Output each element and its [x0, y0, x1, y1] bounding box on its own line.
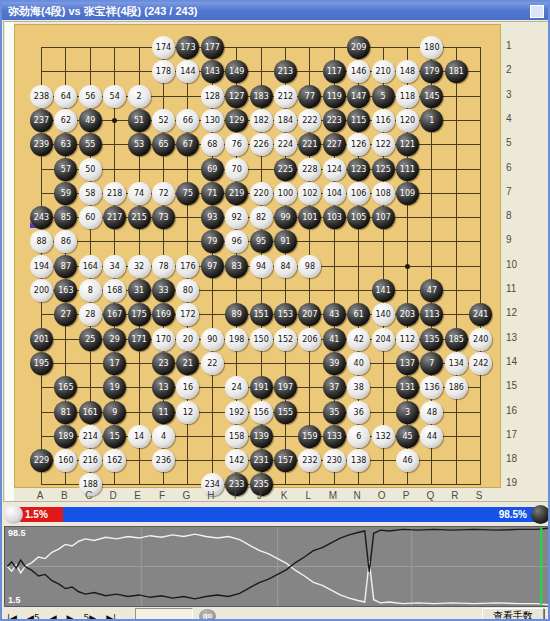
- white-stone-L7: 102: [298, 182, 321, 205]
- nav-buttons: |◀◀5◀▶5▶▶|: [2, 607, 121, 621]
- black-stone-D14: 17: [103, 352, 126, 375]
- black-stone-D8: 217: [103, 206, 126, 229]
- white-win-segment: 1.5%: [17, 507, 63, 522]
- white-stone-J7: 220: [250, 182, 273, 205]
- black-stone-F15: 13: [152, 376, 175, 399]
- white-stone-H4: 130: [201, 109, 224, 132]
- white-stone-N13: 42: [347, 328, 370, 351]
- black-stone-J9: 95: [250, 230, 273, 253]
- white-stone-K5: 224: [274, 133, 297, 156]
- black-stone-A14: 195: [30, 352, 53, 375]
- row-label-5: 5: [506, 137, 526, 148]
- white-stone-G10: 176: [176, 255, 199, 278]
- row-label-19: 19: [506, 477, 526, 488]
- black-stone-B11: 163: [54, 279, 77, 302]
- white-stone-I9: 96: [225, 230, 248, 253]
- app-window: 弥劲海(4段) vs 张宝祥(4段) (243 / 243) 174173177…: [0, 0, 550, 621]
- white-stone-A10: 194: [30, 255, 53, 278]
- black-stone-F5: 65: [152, 133, 175, 156]
- col-label-C: C: [79, 490, 99, 501]
- black-stone-Q11: 47: [420, 279, 443, 302]
- white-stone-B3: 64: [54, 85, 77, 108]
- row-label-7: 7: [506, 186, 526, 197]
- black-stone-H10: 97: [201, 255, 224, 278]
- white-stone-O7: 108: [372, 182, 395, 205]
- graph-max-label: 98.5: [8, 528, 26, 538]
- white-stone-O4: 116: [372, 109, 395, 132]
- black-stone-B12: 27: [54, 303, 77, 326]
- black-stone-Q13: 135: [420, 328, 443, 351]
- black-stone-L12: 207: [298, 303, 321, 326]
- window-control-icon[interactable]: [530, 5, 544, 18]
- black-stone-A4: 237: [30, 109, 53, 132]
- col-label-E: E: [128, 490, 148, 501]
- black-stone-O6: 125: [372, 158, 395, 181]
- col-label-J: J: [250, 490, 270, 501]
- white-stone-G4: 66: [176, 109, 199, 132]
- black-stone-K2: 213: [274, 60, 297, 83]
- white-stone-A11: 200: [30, 279, 53, 302]
- go-board[interactable]: 1741731772091801781441431492131171462101…: [14, 24, 501, 488]
- grid-line: [456, 47, 457, 485]
- row-label-14: 14: [506, 356, 526, 367]
- white-stone-N16: 36: [347, 401, 370, 424]
- black-stone-C13: 25: [79, 328, 102, 351]
- black-stone-H1: 177: [201, 36, 224, 59]
- back-button[interactable]: ◀: [45, 613, 62, 621]
- black-stone-I7: 219: [225, 182, 248, 205]
- white-stone-B18: 160: [54, 449, 77, 472]
- white-stone-I15: 24: [225, 376, 248, 399]
- view-move-numbers-button[interactable]: 查看手数: [482, 608, 544, 621]
- white-stone-K4: 184: [274, 109, 297, 132]
- white-stone-D18: 162: [103, 449, 126, 472]
- row-label-2: 2: [506, 64, 526, 75]
- black-stone-M4: 223: [323, 109, 346, 132]
- white-stone-P13: 112: [396, 328, 419, 351]
- row-label-18: 18: [506, 453, 526, 464]
- white-stone-Q1: 180: [420, 36, 443, 59]
- black-percent: 98.5%: [499, 509, 527, 520]
- white-stone-H5: 68: [201, 133, 224, 156]
- win-rate-bar: 1.5% 98.5%: [4, 504, 550, 524]
- black-stone-M5: 227: [323, 133, 346, 156]
- white-stone-icon: [4, 505, 23, 524]
- white-stone-N14: 40: [347, 352, 370, 375]
- black-stone-G14: 21: [176, 352, 199, 375]
- black-stone-B8: 85: [54, 206, 77, 229]
- black-stone-F16: 11: [152, 401, 175, 424]
- col-label-B: B: [54, 490, 74, 501]
- white-stone-J8: 82: [250, 206, 273, 229]
- col-label-A: A: [30, 490, 50, 501]
- black-stone-A8: 243: [30, 206, 53, 229]
- white-stone-J4: 182: [250, 109, 273, 132]
- white-stone-C8: 60: [79, 206, 102, 229]
- black-stone-F12: 169: [152, 303, 175, 326]
- white-stone-G15: 16: [176, 376, 199, 399]
- black-stone-N12: 61: [347, 303, 370, 326]
- white-stone-F2: 178: [152, 60, 175, 83]
- white-stone-H13: 90: [201, 328, 224, 351]
- black-stone-L3: 77: [298, 85, 321, 108]
- black-stone-icon: [531, 505, 550, 524]
- black-stone-B15: 165: [54, 376, 77, 399]
- star-point: [112, 118, 117, 123]
- white-stone-N5: 126: [347, 133, 370, 156]
- black-win-segment: 98.5%: [63, 507, 537, 522]
- col-label-N: N: [347, 490, 367, 501]
- black-stone-E12: 175: [128, 303, 151, 326]
- black-stone-N3: 147: [347, 85, 370, 108]
- black-stone-H9: 79: [201, 230, 224, 253]
- graph-canvas: [5, 527, 548, 606]
- white-stone-I18: 142: [225, 449, 248, 472]
- black-stone-F14: 23: [152, 352, 175, 375]
- black-stone-D17: 15: [103, 425, 126, 448]
- left-margin: [5, 22, 14, 501]
- white-stone-K10: 84: [274, 255, 297, 278]
- white-stone-F7: 72: [152, 182, 175, 205]
- white-stone-C6: 50: [79, 158, 102, 181]
- white-stone-Q17: 44: [420, 425, 443, 448]
- row-label-15: 15: [506, 380, 526, 391]
- col-label-L: L: [298, 490, 318, 501]
- go-button[interactable]: go: [199, 609, 216, 621]
- black-stone-I2: 149: [225, 60, 248, 83]
- white-stone-S13: 240: [469, 328, 492, 351]
- col-label-O: O: [372, 490, 392, 501]
- white-stone-D10: 34: [103, 255, 126, 278]
- row-label-17: 17: [506, 429, 526, 440]
- black-stone-E13: 171: [128, 328, 151, 351]
- black-stone-B6: 57: [54, 158, 77, 181]
- black-stone-E11: 31: [128, 279, 151, 302]
- white-stone-R15: 186: [445, 376, 468, 399]
- black-stone-P7: 109: [396, 182, 419, 205]
- white-stone-E10: 32: [128, 255, 151, 278]
- white-stone-I16: 192: [225, 401, 248, 424]
- white-stone-B4: 62: [54, 109, 77, 132]
- white-stone-I8: 92: [225, 206, 248, 229]
- white-stone-H14: 22: [201, 352, 224, 375]
- black-stone-J12: 151: [250, 303, 273, 326]
- white-stone-K13: 152: [274, 328, 297, 351]
- white-stone-M18: 230: [323, 449, 346, 472]
- black-stone-H2: 143: [201, 60, 224, 83]
- white-stone-P3: 118: [396, 85, 419, 108]
- black-stone-M17: 133: [323, 425, 346, 448]
- col-label-I: I: [225, 490, 245, 501]
- black-stone-L5: 221: [298, 133, 321, 156]
- black-stone-C4: 49: [79, 109, 102, 132]
- black-stone-E8: 215: [128, 206, 151, 229]
- black-stone-B10: 87: [54, 255, 77, 278]
- white-stone-O2: 210: [372, 60, 395, 83]
- white-stone-F10: 78: [152, 255, 175, 278]
- black-stone-K18: 157: [274, 449, 297, 472]
- white-stone-L18: 232: [298, 449, 321, 472]
- black-stone-Q4: 1: [420, 109, 443, 132]
- white-stone-K7: 100: [274, 182, 297, 205]
- white-stone-P18: 46: [396, 449, 419, 472]
- black-stone-R2: 181: [445, 60, 468, 83]
- white-stone-N17: 6: [347, 425, 370, 448]
- col-label-M: M: [323, 490, 343, 501]
- black-stone-P17: 45: [396, 425, 419, 448]
- white-stone-J16: 156: [250, 401, 273, 424]
- white-stone-O17: 132: [372, 425, 395, 448]
- window-title: 弥劲海(4段) vs 张宝祥(4段) (243 / 243): [8, 5, 198, 17]
- white-stone-G2: 144: [176, 60, 199, 83]
- white-stone-E7: 74: [128, 182, 151, 205]
- white-stone-Q15: 136: [420, 376, 443, 399]
- black-stone-B16: 81: [54, 401, 77, 424]
- star-point: [405, 264, 410, 269]
- row-label-10: 10: [506, 259, 526, 270]
- white-stone-O5: 122: [372, 133, 395, 156]
- white-stone-G13: 20: [176, 328, 199, 351]
- white-stone-C7: 58: [79, 182, 102, 205]
- black-stone-M3: 119: [323, 85, 346, 108]
- black-stone-F8: 73: [152, 206, 175, 229]
- white-stone-G16: 12: [176, 401, 199, 424]
- white-stone-N15: 38: [347, 376, 370, 399]
- black-stone-O11: 141: [372, 279, 395, 302]
- black-stone-B5: 63: [54, 133, 77, 156]
- white-stone-F17: 4: [152, 425, 175, 448]
- white-stone-D7: 218: [103, 182, 126, 205]
- col-label-K: K: [274, 490, 294, 501]
- title-bar: 弥劲海(4段) vs 张宝祥(4段) (243 / 243): [2, 2, 548, 20]
- white-stone-G11: 80: [176, 279, 199, 302]
- white-stone-I5: 76: [225, 133, 248, 156]
- row-label-9: 9: [506, 234, 526, 245]
- white-stone-H3: 128: [201, 85, 224, 108]
- black-stone-I3: 127: [225, 85, 248, 108]
- col-label-S: S: [469, 490, 489, 501]
- white-stone-N2: 146: [347, 60, 370, 83]
- white-stone-F13: 170: [152, 328, 175, 351]
- forward-button[interactable]: ▶: [62, 613, 79, 621]
- white-stone-L4: 222: [298, 109, 321, 132]
- black-stone-H6: 69: [201, 158, 224, 181]
- white-stone-L10: 98: [298, 255, 321, 278]
- white-stone-C18: 216: [79, 449, 102, 472]
- playback-controls: |◀◀5◀▶5▶▶| go 查看手数: [2, 608, 550, 621]
- black-stone-H8: 93: [201, 206, 224, 229]
- white-stone-J13: 150: [250, 328, 273, 351]
- white-stone-D3: 54: [103, 85, 126, 108]
- last-move-button[interactable]: ▶|: [101, 613, 121, 621]
- row-label-4: 4: [506, 113, 526, 124]
- black-stone-K9: 91: [274, 230, 297, 253]
- black-stone-D16: 9: [103, 401, 126, 424]
- black-stone-K16: 155: [274, 401, 297, 424]
- first-move-button[interactable]: |◀: [2, 613, 22, 621]
- black-stone-P6: 111: [396, 158, 419, 181]
- black-stone-J3: 183: [250, 85, 273, 108]
- white-stone-A9: 88: [30, 230, 53, 253]
- black-stone-K8: 99: [274, 206, 297, 229]
- black-stone-M8: 103: [323, 206, 346, 229]
- white-stone-M6: 124: [323, 158, 346, 181]
- white-stone-C12: 28: [79, 303, 102, 326]
- move-number-input[interactable]: [135, 608, 193, 621]
- white-stone-I17: 158: [225, 425, 248, 448]
- graph-min-label: 1.5: [8, 595, 21, 605]
- white-stone-B9: 86: [54, 230, 77, 253]
- white-stone-Q16: 48: [420, 401, 443, 424]
- black-stone-E5: 53: [128, 133, 151, 156]
- black-stone-P16: 3: [396, 401, 419, 424]
- black-stone-D15: 19: [103, 376, 126, 399]
- row-label-6: 6: [506, 162, 526, 173]
- white-stone-R14: 134: [445, 352, 468, 375]
- black-stone-M15: 37: [323, 376, 346, 399]
- white-stone-C17: 214: [79, 425, 102, 448]
- white-stone-I13: 198: [225, 328, 248, 351]
- black-stone-Q14: 7: [420, 352, 443, 375]
- win-rate-graph[interactable]: 98.5 1.5: [4, 526, 549, 607]
- white-stone-F4: 52: [152, 109, 175, 132]
- black-stone-M12: 43: [323, 303, 346, 326]
- black-stone-Q3: 145: [420, 85, 443, 108]
- white-stone-J10: 94: [250, 255, 273, 278]
- white-stone-P2: 148: [396, 60, 419, 83]
- black-stone-O8: 107: [372, 206, 395, 229]
- white-stone-C11: 8: [79, 279, 102, 302]
- black-stone-I10: 83: [225, 255, 248, 278]
- black-stone-J17: 139: [250, 425, 273, 448]
- white-stone-E3: 2: [128, 85, 151, 108]
- black-stone-P12: 203: [396, 303, 419, 326]
- white-stone-F18: 236: [152, 449, 175, 472]
- black-stone-M2: 117: [323, 60, 346, 83]
- white-stone-A3: 238: [30, 85, 53, 108]
- black-stone-P5: 121: [396, 133, 419, 156]
- white-stone-S14: 242: [469, 352, 492, 375]
- black-stone-S12: 241: [469, 303, 492, 326]
- white-stone-K3: 212: [274, 85, 297, 108]
- black-stone-D13: 29: [103, 328, 126, 351]
- col-label-P: P: [396, 490, 416, 501]
- black-stone-C5: 55: [79, 133, 102, 156]
- row-label-8: 8: [506, 210, 526, 221]
- black-stone-F11: 33: [152, 279, 175, 302]
- white-stone-N7: 106: [347, 182, 370, 205]
- black-stone-N4: 115: [347, 109, 370, 132]
- black-stone-E4: 51: [128, 109, 151, 132]
- white-stone-L6: 228: [298, 158, 321, 181]
- black-stone-R13: 185: [445, 328, 468, 351]
- white-stone-D11: 168: [103, 279, 126, 302]
- black-stone-M13: 41: [323, 328, 346, 351]
- black-stone-B17: 189: [54, 425, 77, 448]
- black-stone-G7: 75: [176, 182, 199, 205]
- row-label-12: 12: [506, 307, 526, 318]
- black-stone-Q2: 179: [420, 60, 443, 83]
- black-stone-H7: 71: [201, 182, 224, 205]
- black-stone-J18: 231: [250, 449, 273, 472]
- white-percent: 1.5%: [25, 509, 48, 520]
- white-stone-F1: 174: [152, 36, 175, 59]
- black-stone-C16: 161: [79, 401, 102, 424]
- row-label-11: 11: [506, 283, 526, 294]
- grid-line: [480, 47, 481, 485]
- row-label-3: 3: [506, 89, 526, 100]
- black-stone-K15: 197: [274, 376, 297, 399]
- back-5-button[interactable]: ◀5: [22, 613, 45, 621]
- black-stone-D12: 167: [103, 303, 126, 326]
- black-stone-L17: 159: [298, 425, 321, 448]
- white-stone-O13: 204: [372, 328, 395, 351]
- black-stone-A18: 229: [30, 449, 53, 472]
- black-stone-N1: 209: [347, 36, 370, 59]
- col-label-R: R: [445, 490, 465, 501]
- white-stone-L13: 206: [298, 328, 321, 351]
- white-stone-E17: 14: [128, 425, 151, 448]
- black-stone-N6: 123: [347, 158, 370, 181]
- black-stone-B7: 59: [54, 182, 77, 205]
- col-label-G: G: [176, 490, 196, 501]
- white-stone-N18: 138: [347, 449, 370, 472]
- black-stone-P15: 131: [396, 376, 419, 399]
- black-stone-A5: 239: [30, 133, 53, 156]
- black-stone-M14: 39: [323, 352, 346, 375]
- black-stone-N8: 105: [347, 206, 370, 229]
- black-stone-A13: 201: [30, 328, 53, 351]
- black-stone-I12: 89: [225, 303, 248, 326]
- black-stone-G5: 67: [176, 133, 199, 156]
- black-stone-G1: 173: [176, 36, 199, 59]
- black-stone-K12: 153: [274, 303, 297, 326]
- row-label-1: 1: [506, 40, 526, 51]
- black-stone-Q12: 113: [420, 303, 443, 326]
- last-move-marker: [30, 222, 36, 228]
- black-stone-K6: 225: [274, 158, 297, 181]
- white-stone-O12: 140: [372, 303, 395, 326]
- row-label-16: 16: [506, 405, 526, 416]
- white-stone-C3: 56: [79, 85, 102, 108]
- white-stone-C10: 164: [79, 255, 102, 278]
- white-stone-J5: 226: [250, 133, 273, 156]
- forward-5-button[interactable]: 5▶: [78, 613, 101, 621]
- black-stone-M16: 35: [323, 401, 346, 424]
- black-stone-P14: 137: [396, 352, 419, 375]
- black-stone-J15: 191: [250, 376, 273, 399]
- black-stone-O3: 5: [372, 85, 395, 108]
- row-label-13: 13: [506, 332, 526, 343]
- white-stone-I6: 70: [225, 158, 248, 181]
- col-label-Q: Q: [420, 490, 440, 501]
- white-stone-M7: 104: [323, 182, 346, 205]
- col-label-H: H: [201, 490, 221, 501]
- col-label-D: D: [103, 490, 123, 501]
- black-stone-I4: 129: [225, 109, 248, 132]
- white-stone-P4: 120: [396, 109, 419, 132]
- col-label-F: F: [152, 490, 172, 501]
- white-stone-G12: 172: [176, 303, 199, 326]
- board-panel: 1741731772091801781441431492131171462101…: [3, 21, 549, 502]
- black-stone-L8: 101: [298, 206, 321, 229]
